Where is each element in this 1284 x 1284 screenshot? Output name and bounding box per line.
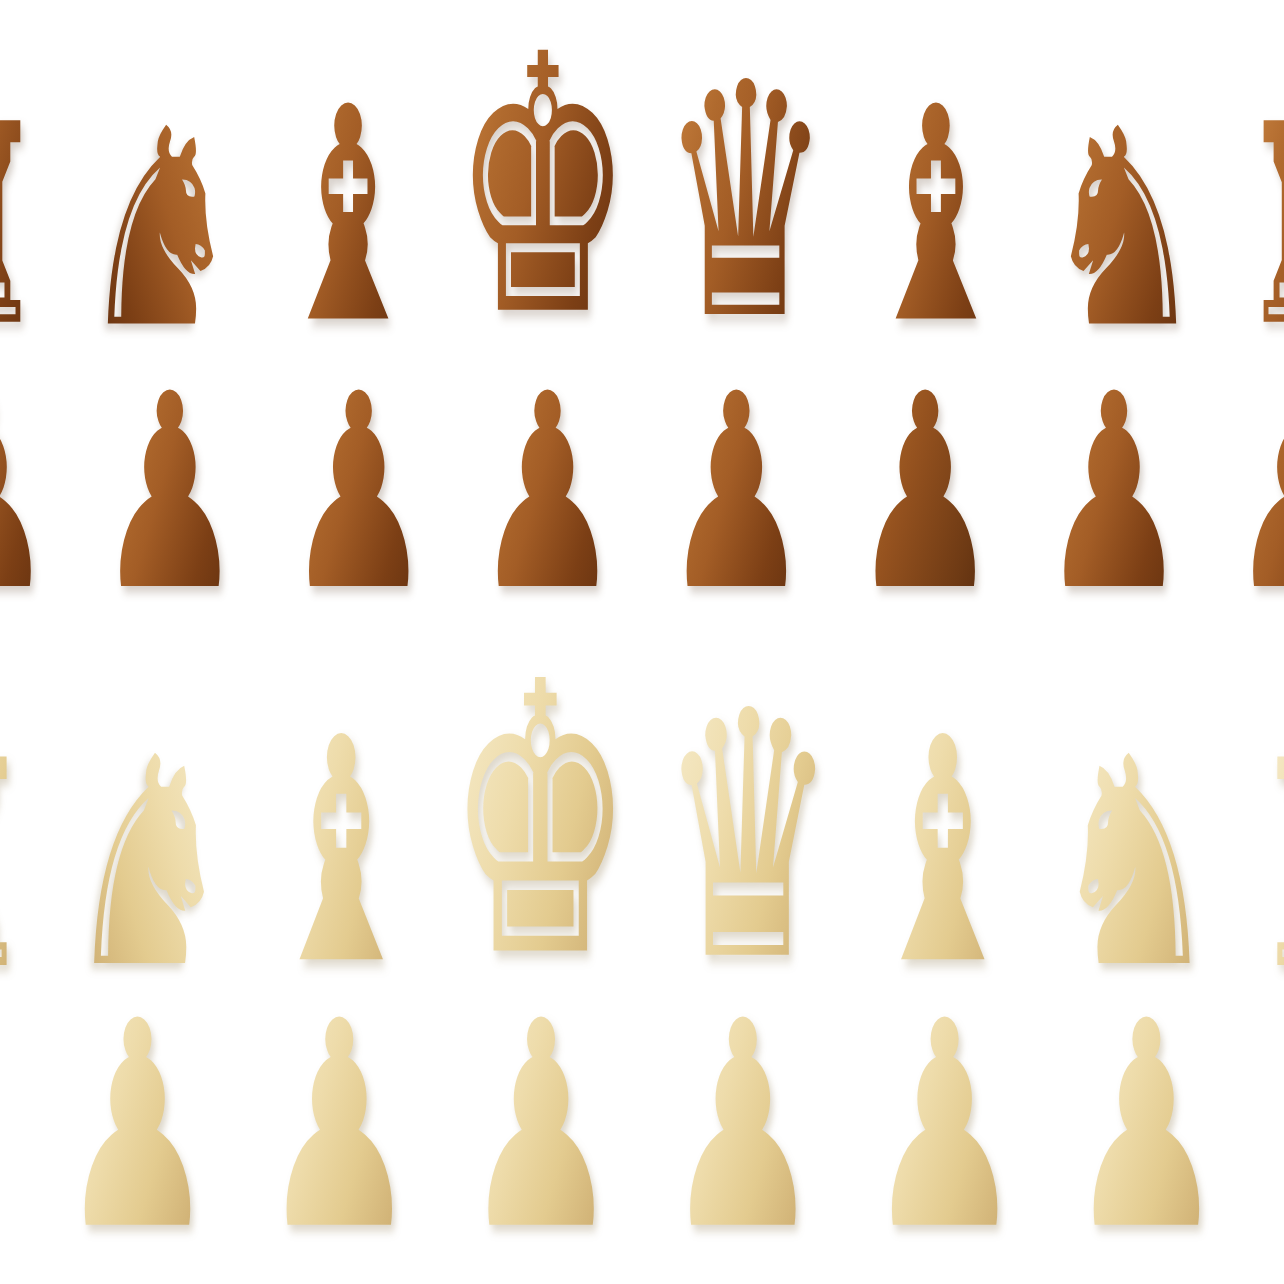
dark-rook-queenside: ♜ xyxy=(0,89,50,365)
light-queen: ♛ xyxy=(659,667,837,1008)
dark-back-rank-row: ♜ ♞ ♝ ♚ ♛ ♝ ♞ ♜ xyxy=(0,165,1284,365)
dark-knight-queenside: ♞ xyxy=(78,93,243,365)
dark-pawn-6: ♟ xyxy=(851,359,1000,628)
light-pawn-2: ♟ xyxy=(59,985,217,1270)
dark-rook-kingside: ♜ xyxy=(1234,89,1284,365)
dark-pawn-5: ♟ xyxy=(662,359,811,628)
dark-pawns-row: ♟ ♟ ♟ ♟ ♟ ♟ ♟ ♟ xyxy=(0,462,1284,628)
dark-knight-kingside: ♞ xyxy=(1041,93,1206,365)
chess-set-photo: ♜ ♞ ♝ ♚ ♛ ♝ ♞ ♜ ♟ ♟ ♟ ♟ ♟ ♟ ♟ ♟ ♜ ♞ ♝ ♚ … xyxy=(0,0,1284,1284)
dark-queen: ♛ xyxy=(660,42,830,365)
light-pawns-row: ♟ ♟ ♟ ♟ ♟ ♟ ♟ ♟ xyxy=(0,1094,1284,1270)
light-pawn-1: ♟ xyxy=(0,985,15,1270)
light-pawn-3: ♟ xyxy=(260,985,418,1270)
dark-pawn-2: ♟ xyxy=(96,359,245,628)
light-king: ♚ xyxy=(447,634,633,1008)
light-pawn-8: ♟ xyxy=(1269,985,1284,1270)
light-pawn-5: ♟ xyxy=(664,985,822,1270)
light-pawn-7: ♟ xyxy=(1068,985,1226,1270)
dark-bishop-queenside: ♝ xyxy=(271,69,425,365)
dark-pawn-1: ♟ xyxy=(0,359,56,628)
dark-pawn-7: ♟ xyxy=(1040,359,1189,628)
dark-bishop-kingside: ♝ xyxy=(859,69,1013,365)
light-pawn-4: ♟ xyxy=(462,985,620,1270)
dark-king: ♚ xyxy=(453,9,632,365)
dark-pawn-8: ♟ xyxy=(1228,359,1284,628)
dark-pawn-4: ♟ xyxy=(473,359,622,628)
dark-pawn-3: ♟ xyxy=(284,359,433,628)
light-pawn-6: ♟ xyxy=(866,985,1024,1270)
